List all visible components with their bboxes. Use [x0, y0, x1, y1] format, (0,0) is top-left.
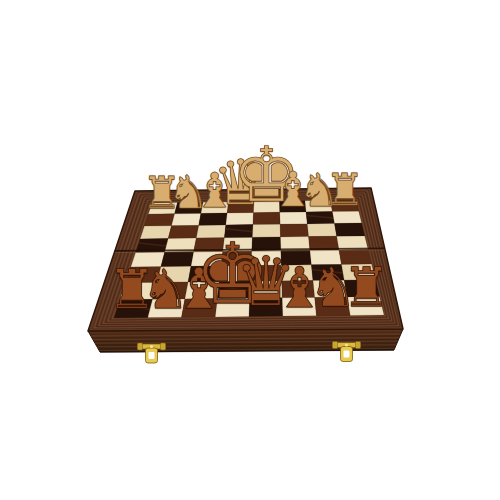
brass-clasp: [138, 343, 166, 363]
board-square[interactable]: [280, 224, 308, 237]
white-rook[interactable]: ♜: [321, 168, 369, 212]
product-photo-stage: ♜♞♝♛♚♝♞♜♜♞♝♚♛♝♞♜: [0, 0, 500, 500]
brass-clasp: [333, 342, 361, 362]
board-square[interactable]: [307, 224, 336, 237]
board-square[interactable]: [140, 226, 171, 239]
black-rook[interactable]: ♜: [337, 261, 396, 315]
board-square[interactable]: [335, 223, 365, 236]
